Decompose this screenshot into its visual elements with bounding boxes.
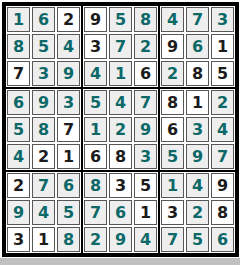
cell-r4c6[interactable]: 7 <box>134 90 157 115</box>
cell-r9c6[interactable]: 4 <box>134 227 157 252</box>
cell-r3c6: 6 <box>134 61 157 86</box>
cell-r3c5[interactable]: 1 <box>109 61 132 86</box>
cell-r5c9[interactable]: 4 <box>211 117 234 142</box>
cell-r4c8: 1 <box>186 90 209 115</box>
box-1-2: 958372416 <box>82 5 159 88</box>
cell-r5c6[interactable]: 9 <box>134 117 157 142</box>
cell-r7c5: 3 <box>109 173 132 198</box>
cell-r9c2: 1 <box>32 227 55 252</box>
cell-r5c2[interactable]: 8 <box>32 117 55 142</box>
box-2-1: 693587421 <box>5 88 82 171</box>
cell-r9c5[interactable]: 9 <box>109 227 132 252</box>
cell-r5c7: 6 <box>161 117 184 142</box>
cell-r3c1: 7 <box>7 61 30 86</box>
cell-r7c3[interactable]: 6 <box>57 173 80 198</box>
cell-r1c9[interactable]: 3 <box>211 7 234 32</box>
cell-r5c3: 7 <box>57 117 80 142</box>
cell-r4c9[interactable]: 2 <box>211 90 234 115</box>
cell-r8c3[interactable]: 5 <box>57 200 80 225</box>
box-3-1: 276945318 <box>5 171 82 254</box>
cell-r3c9: 5 <box>211 61 234 86</box>
cell-r6c3: 1 <box>57 144 80 169</box>
cell-r9c9[interactable]: 6 <box>211 227 234 252</box>
cell-r2c7: 9 <box>161 34 184 59</box>
cell-r3c4[interactable]: 4 <box>84 61 107 86</box>
cell-r6c4: 6 <box>84 144 107 169</box>
cell-r8c7: 3 <box>161 200 184 225</box>
cell-r8c5[interactable]: 6 <box>109 200 132 225</box>
cell-r4c4[interactable]: 5 <box>84 90 107 115</box>
cell-r7c6: 5 <box>134 173 157 198</box>
cell-r6c5: 8 <box>109 144 132 169</box>
cell-r2c8[interactable]: 6 <box>186 34 209 59</box>
cell-r9c3[interactable]: 8 <box>57 227 80 252</box>
cell-r1c1[interactable]: 1 <box>7 7 30 32</box>
cell-r9c7[interactable]: 7 <box>161 227 184 252</box>
cell-r2c9: 1 <box>211 34 234 59</box>
box-2-2: 547129683 <box>82 88 159 171</box>
cell-r3c3[interactable]: 9 <box>57 61 80 86</box>
cell-r1c6[interactable]: 8 <box>134 7 157 32</box>
cell-r1c2[interactable]: 6 <box>32 7 55 32</box>
cell-r6c6[interactable]: 3 <box>134 144 157 169</box>
cell-r8c8[interactable]: 2 <box>186 200 209 225</box>
cell-r8c1[interactable]: 9 <box>7 200 30 225</box>
cell-r4c1[interactable]: 6 <box>7 90 30 115</box>
footer-strip <box>0 258 240 265</box>
box-1-3: 473961285 <box>159 5 236 88</box>
cell-r6c1[interactable]: 4 <box>7 144 30 169</box>
cell-r6c2: 2 <box>32 144 55 169</box>
cell-r7c8[interactable]: 4 <box>186 173 209 198</box>
cell-r4c7: 8 <box>161 90 184 115</box>
cell-r4c5[interactable]: 4 <box>109 90 132 115</box>
cell-r6c7[interactable]: 5 <box>161 144 184 169</box>
cell-r9c4[interactable]: 2 <box>84 227 107 252</box>
cell-r2c2[interactable]: 5 <box>32 34 55 59</box>
cell-r2c5[interactable]: 7 <box>109 34 132 59</box>
cell-r6c9[interactable]: 7 <box>211 144 234 169</box>
cell-r7c1: 2 <box>7 173 30 198</box>
box-3-3: 149328756 <box>159 171 236 254</box>
cell-r4c2[interactable]: 9 <box>32 90 55 115</box>
sudoku-board: 1628547399583724164739612856935874215471… <box>2 2 239 257</box>
cell-r9c1: 3 <box>7 227 30 252</box>
cell-r4c3[interactable]: 3 <box>57 90 80 115</box>
cell-r2c4: 3 <box>84 34 107 59</box>
cell-r5c5[interactable]: 2 <box>109 117 132 142</box>
cell-r7c4[interactable]: 8 <box>84 173 107 198</box>
cell-r5c8[interactable]: 3 <box>186 117 209 142</box>
cell-r2c6[interactable]: 2 <box>134 34 157 59</box>
cell-r1c3: 2 <box>57 7 80 32</box>
sudoku-page: 1628547399583724164739612856935874215471… <box>0 0 240 265</box>
cell-r1c4: 9 <box>84 7 107 32</box>
cell-r3c8: 8 <box>186 61 209 86</box>
cell-r8c9: 8 <box>211 200 234 225</box>
cell-r3c2[interactable]: 3 <box>32 61 55 86</box>
box-2-3: 812634597 <box>159 88 236 171</box>
cell-r5c4[interactable]: 1 <box>84 117 107 142</box>
cell-r2c3[interactable]: 4 <box>57 34 80 59</box>
cell-r6c8[interactable]: 9 <box>186 144 209 169</box>
box-1-1: 162854739 <box>5 5 82 88</box>
cell-r5c1[interactable]: 5 <box>7 117 30 142</box>
cell-r8c6: 1 <box>134 200 157 225</box>
cell-r2c1[interactable]: 8 <box>7 34 30 59</box>
cell-r8c2[interactable]: 4 <box>32 200 55 225</box>
cell-r7c2[interactable]: 7 <box>32 173 55 198</box>
cell-r3c7[interactable]: 2 <box>161 61 184 86</box>
box-3-2: 835761294 <box>82 171 159 254</box>
cell-r1c8[interactable]: 7 <box>186 7 209 32</box>
cell-r1c5[interactable]: 5 <box>109 7 132 32</box>
cell-r7c9: 9 <box>211 173 234 198</box>
cell-r7c7[interactable]: 1 <box>161 173 184 198</box>
cell-r1c7[interactable]: 4 <box>161 7 184 32</box>
cell-r8c4[interactable]: 7 <box>84 200 107 225</box>
cell-r9c8[interactable]: 5 <box>186 227 209 252</box>
